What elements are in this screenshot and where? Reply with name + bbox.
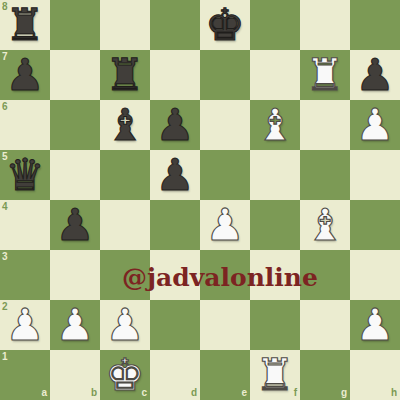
piece-white-pawn[interactable]: ♟ xyxy=(355,100,394,150)
file-label-d: d xyxy=(191,388,197,398)
square-h1[interactable]: h xyxy=(350,350,400,400)
piece-white-pawn[interactable]: ♟ xyxy=(355,300,394,350)
square-a2[interactable]: 2♟ xyxy=(0,300,50,350)
square-c7[interactable]: ♜ xyxy=(100,50,150,100)
square-a4[interactable]: 4 xyxy=(0,200,50,250)
piece-white-pawn[interactable]: ♟ xyxy=(205,200,244,250)
square-a3[interactable]: 3 xyxy=(0,250,50,300)
piece-black-bishop[interactable]: ♝ xyxy=(105,100,144,150)
square-h5[interactable] xyxy=(350,150,400,200)
piece-black-rook[interactable]: ♜ xyxy=(105,50,144,100)
square-c6[interactable]: ♝ xyxy=(100,100,150,150)
file-label-g: g xyxy=(341,388,347,398)
square-h4[interactable] xyxy=(350,200,400,250)
square-h8[interactable] xyxy=(350,0,400,50)
rank-label-4: 4 xyxy=(2,202,8,212)
piece-white-pawn[interactable]: ♟ xyxy=(105,300,144,350)
square-h3[interactable] xyxy=(350,250,400,300)
piece-white-bishop[interactable]: ♝ xyxy=(305,200,344,250)
chess-board-wrapper: 8♜♚7♟♜♜♟6♝♟♝♟5♛♟4♟♟♝32♟♟♟♟1abc♚def♜gh @j… xyxy=(0,0,400,400)
rank-label-1: 1 xyxy=(2,352,8,362)
piece-black-rook[interactable]: ♜ xyxy=(5,0,44,50)
square-f1[interactable]: f♜ xyxy=(250,350,300,400)
piece-white-king[interactable]: ♚ xyxy=(105,350,144,400)
rank-label-5: 5 xyxy=(2,152,8,162)
piece-black-pawn[interactable]: ♟ xyxy=(355,50,394,100)
file-label-c: c xyxy=(141,388,147,398)
square-a6[interactable]: 6 xyxy=(0,100,50,150)
square-f6[interactable]: ♝ xyxy=(250,100,300,150)
square-b4[interactable]: ♟ xyxy=(50,200,100,250)
square-g5[interactable] xyxy=(300,150,350,200)
square-d7[interactable] xyxy=(150,50,200,100)
square-d1[interactable]: d xyxy=(150,350,200,400)
square-f2[interactable] xyxy=(250,300,300,350)
square-e6[interactable] xyxy=(200,100,250,150)
rank-label-6: 6 xyxy=(2,102,8,112)
square-b8[interactable] xyxy=(50,0,100,50)
square-f8[interactable] xyxy=(250,0,300,50)
square-c4[interactable] xyxy=(100,200,150,250)
square-f4[interactable] xyxy=(250,200,300,250)
square-b6[interactable] xyxy=(50,100,100,150)
square-h2[interactable]: ♟ xyxy=(350,300,400,350)
rank-label-3: 3 xyxy=(2,252,8,262)
square-e7[interactable] xyxy=(200,50,250,100)
piece-black-king[interactable]: ♚ xyxy=(205,0,244,50)
piece-white-bishop[interactable]: ♝ xyxy=(255,100,294,150)
piece-white-pawn[interactable]: ♟ xyxy=(55,300,94,350)
square-a7[interactable]: 7♟ xyxy=(0,50,50,100)
file-label-a: a xyxy=(41,388,47,398)
square-h7[interactable]: ♟ xyxy=(350,50,400,100)
square-g2[interactable] xyxy=(300,300,350,350)
square-g4[interactable]: ♝ xyxy=(300,200,350,250)
square-e4[interactable]: ♟ xyxy=(200,200,250,250)
rank-label-7: 7 xyxy=(2,52,8,62)
square-e8[interactable]: ♚ xyxy=(200,0,250,50)
piece-white-rook[interactable]: ♜ xyxy=(305,50,344,100)
square-h6[interactable]: ♟ xyxy=(350,100,400,150)
square-b1[interactable]: b xyxy=(50,350,100,400)
piece-black-pawn[interactable]: ♟ xyxy=(155,150,194,200)
chess-board: 8♜♚7♟♜♜♟6♝♟♝♟5♛♟4♟♟♝32♟♟♟♟1abc♚def♜gh xyxy=(0,0,400,400)
square-e1[interactable]: e xyxy=(200,350,250,400)
piece-black-pawn[interactable]: ♟ xyxy=(155,100,194,150)
file-label-e: e xyxy=(241,388,247,398)
square-c2[interactable]: ♟ xyxy=(100,300,150,350)
square-a5[interactable]: 5♛ xyxy=(0,150,50,200)
watermark-text: @jadvalonline xyxy=(122,263,318,292)
square-d5[interactable]: ♟ xyxy=(150,150,200,200)
piece-white-pawn[interactable]: ♟ xyxy=(5,300,44,350)
square-d6[interactable]: ♟ xyxy=(150,100,200,150)
square-g7[interactable]: ♜ xyxy=(300,50,350,100)
square-a8[interactable]: 8♜ xyxy=(0,0,50,50)
square-b2[interactable]: ♟ xyxy=(50,300,100,350)
square-f5[interactable] xyxy=(250,150,300,200)
file-label-h: h xyxy=(391,388,397,398)
square-g6[interactable] xyxy=(300,100,350,150)
rank-label-2: 2 xyxy=(2,302,8,312)
square-a1[interactable]: 1a xyxy=(0,350,50,400)
square-e5[interactable] xyxy=(200,150,250,200)
piece-black-queen[interactable]: ♛ xyxy=(5,150,44,200)
square-b7[interactable] xyxy=(50,50,100,100)
piece-white-rook[interactable]: ♜ xyxy=(255,350,294,400)
square-d2[interactable] xyxy=(150,300,200,350)
file-label-f: f xyxy=(294,388,297,398)
square-e2[interactable] xyxy=(200,300,250,350)
square-d4[interactable] xyxy=(150,200,200,250)
square-c8[interactable] xyxy=(100,0,150,50)
square-g1[interactable]: g xyxy=(300,350,350,400)
piece-black-pawn[interactable]: ♟ xyxy=(5,50,44,100)
square-c1[interactable]: c♚ xyxy=(100,350,150,400)
piece-black-pawn[interactable]: ♟ xyxy=(55,200,94,250)
square-c5[interactable] xyxy=(100,150,150,200)
square-b3[interactable] xyxy=(50,250,100,300)
square-d8[interactable] xyxy=(150,0,200,50)
square-g8[interactable] xyxy=(300,0,350,50)
square-b5[interactable] xyxy=(50,150,100,200)
square-f7[interactable] xyxy=(250,50,300,100)
rank-label-8: 8 xyxy=(2,2,8,12)
file-label-b: b xyxy=(91,388,97,398)
